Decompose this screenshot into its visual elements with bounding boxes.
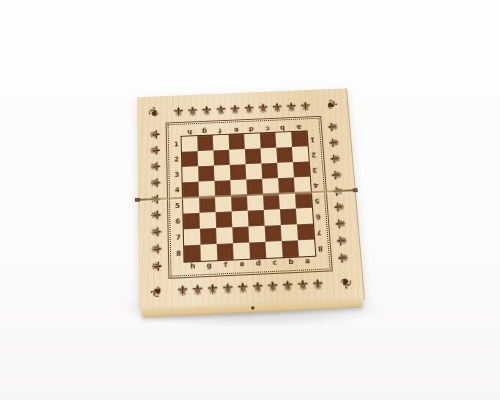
square-f8[interactable] bbox=[217, 243, 234, 260]
square-g8[interactable] bbox=[200, 244, 217, 261]
square-d3[interactable] bbox=[246, 164, 263, 180]
square-d1[interactable] bbox=[244, 133, 260, 149]
square-c2[interactable] bbox=[261, 148, 278, 164]
file-label-top-f: f bbox=[213, 125, 229, 136]
square-c6[interactable] bbox=[264, 209, 281, 226]
square-f5[interactable] bbox=[215, 196, 232, 212]
rank-label-right-1: 1 bbox=[307, 131, 319, 146]
square-g5[interactable] bbox=[199, 196, 216, 212]
file-label-top-c: c bbox=[259, 122, 275, 133]
square-h1[interactable] bbox=[182, 136, 198, 152]
file-label-bottom-e: e bbox=[234, 259, 251, 271]
square-c5[interactable] bbox=[263, 194, 280, 210]
square-h5[interactable] bbox=[183, 197, 199, 213]
file-label-bottom-b: b bbox=[283, 256, 300, 268]
square-e5[interactable] bbox=[231, 195, 248, 211]
file-label-top-e: e bbox=[228, 124, 244, 135]
square-b3[interactable] bbox=[277, 162, 294, 178]
rank-label-left-5: 5 bbox=[172, 198, 183, 214]
square-a6[interactable] bbox=[296, 208, 313, 225]
square-h6[interactable] bbox=[183, 213, 200, 230]
file-label-bottom-a: a bbox=[299, 256, 316, 268]
square-h8[interactable] bbox=[184, 245, 201, 262]
square-h3[interactable] bbox=[182, 166, 198, 182]
rank-label-left-7: 7 bbox=[173, 229, 185, 246]
file-label-top-h: h bbox=[181, 126, 197, 137]
photo-background: ❦ ⚜⚜⚜⚜⚜⚜⚜⚜⚜⚜ ❦ ⚜⚜⚜⚜⚜⚜⚜⚜⚜ hgfedcba1122334… bbox=[0, 0, 500, 400]
square-d5[interactable] bbox=[247, 194, 264, 210]
square-c3[interactable] bbox=[261, 163, 278, 179]
corner-spacer bbox=[306, 121, 317, 132]
square-e8[interactable] bbox=[233, 243, 250, 260]
file-label-top-g: g bbox=[197, 125, 213, 136]
square-c8[interactable] bbox=[265, 241, 282, 258]
square-e7[interactable] bbox=[232, 226, 249, 243]
square-f1[interactable] bbox=[213, 135, 229, 151]
file-label-top-d: d bbox=[244, 123, 260, 134]
square-a8[interactable] bbox=[298, 240, 315, 257]
ornament-corner-icon: ❦ bbox=[333, 270, 359, 295]
rank-label-right-7: 7 bbox=[313, 223, 325, 239]
file-label-top-b: b bbox=[275, 122, 291, 133]
corner-spacer bbox=[173, 262, 185, 274]
rank-label-left-1: 1 bbox=[171, 137, 182, 152]
square-g6[interactable] bbox=[199, 212, 216, 229]
square-e6[interactable] bbox=[232, 211, 249, 228]
file-label-top-a: a bbox=[290, 121, 306, 132]
square-e2[interactable] bbox=[229, 149, 245, 165]
square-f2[interactable] bbox=[213, 150, 229, 166]
square-f3[interactable] bbox=[214, 165, 230, 181]
square-a5[interactable] bbox=[295, 192, 312, 208]
file-label-bottom-g: g bbox=[201, 260, 218, 272]
chess-board: ❦ ⚜⚜⚜⚜⚜⚜⚜⚜⚜⚜ ❦ ⚜⚜⚜⚜⚜⚜⚜⚜⚜ hgfedcba1122334… bbox=[137, 88, 365, 310]
square-e1[interactable] bbox=[229, 134, 245, 150]
corner-spacer bbox=[171, 127, 182, 138]
file-label-bottom-h: h bbox=[185, 261, 202, 273]
rank-label-right-2: 2 bbox=[308, 146, 320, 162]
rank-label-left-8: 8 bbox=[173, 245, 185, 262]
square-b8[interactable] bbox=[282, 240, 299, 257]
square-c7[interactable] bbox=[265, 225, 282, 242]
rank-label-left-6: 6 bbox=[172, 214, 183, 230]
square-f7[interactable] bbox=[216, 227, 233, 244]
rank-label-right-5: 5 bbox=[311, 192, 323, 208]
square-d6[interactable] bbox=[248, 210, 265, 227]
file-label-bottom-c: c bbox=[266, 257, 283, 269]
square-b5[interactable] bbox=[279, 193, 296, 209]
ornament-corner-icon: ❦ bbox=[143, 101, 166, 123]
square-a1[interactable] bbox=[291, 131, 308, 147]
square-d2[interactable] bbox=[245, 148, 262, 164]
ornament-corner-icon: ❦ bbox=[145, 279, 169, 304]
square-a3[interactable] bbox=[293, 161, 310, 177]
square-b6[interactable] bbox=[280, 209, 297, 226]
ornament-strip-left-icon: ⚜⚜⚜⚜⚜⚜⚜⚜⚜ bbox=[143, 123, 168, 280]
corner-spacer bbox=[315, 255, 327, 267]
square-d8[interactable] bbox=[249, 242, 266, 259]
rank-label-left-2: 2 bbox=[171, 152, 182, 168]
square-b7[interactable] bbox=[281, 224, 298, 241]
rank-label-right-3: 3 bbox=[309, 161, 321, 177]
file-label-bottom-d: d bbox=[250, 258, 267, 270]
square-a7[interactable] bbox=[297, 224, 314, 241]
square-a2[interactable] bbox=[292, 146, 309, 162]
square-f6[interactable] bbox=[216, 211, 233, 228]
rank-label-right-6: 6 bbox=[312, 207, 324, 223]
square-d7[interactable] bbox=[248, 226, 265, 243]
square-g1[interactable] bbox=[197, 135, 213, 151]
square-h2[interactable] bbox=[182, 151, 198, 167]
rank-label-left-3: 3 bbox=[171, 167, 182, 183]
rank-label-right-8: 8 bbox=[314, 239, 326, 256]
square-b2[interactable] bbox=[276, 147, 293, 163]
file-label-bottom-f: f bbox=[217, 259, 234, 271]
square-b1[interactable] bbox=[275, 132, 292, 148]
square-e3[interactable] bbox=[230, 164, 247, 180]
ornament-corner-icon: ❦ bbox=[320, 94, 344, 116]
square-g3[interactable] bbox=[198, 166, 214, 182]
square-c1[interactable] bbox=[260, 133, 276, 149]
square-g2[interactable] bbox=[198, 150, 214, 166]
square-h7[interactable] bbox=[184, 229, 201, 246]
clasp-dot bbox=[251, 306, 254, 309]
board-wood-face: ❦ ⚜⚜⚜⚜⚜⚜⚜⚜⚜⚜ ❦ ⚜⚜⚜⚜⚜⚜⚜⚜⚜ hgfedcba1122334… bbox=[137, 88, 365, 310]
square-g7[interactable] bbox=[200, 228, 217, 245]
